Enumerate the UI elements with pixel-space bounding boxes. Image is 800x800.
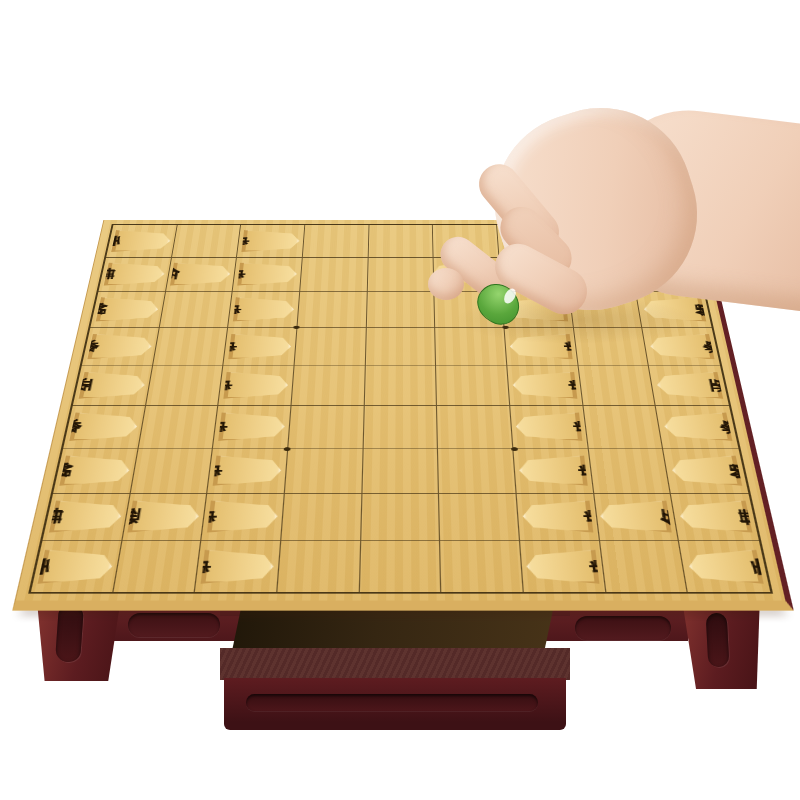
board-cell: 王将 (649, 366, 729, 406)
piece-right-silver-general[interactable]: 銀将 (669, 455, 742, 486)
piece-left-pawn[interactable]: 歩兵 (241, 230, 300, 253)
drawer-top-band (220, 648, 570, 680)
piece-left-gold-general[interactable]: 金将 (87, 333, 153, 360)
board-cell (300, 258, 368, 292)
piece-left-knight[interactable]: 桂馬 (103, 262, 166, 286)
board-cell: 金将 (656, 406, 738, 448)
board-cell (588, 449, 671, 494)
board-cell (172, 225, 242, 258)
board-cell: 香車 (679, 541, 770, 592)
piece-left-knight[interactable]: 桂馬 (48, 500, 123, 533)
piece-left-silver-general[interactable]: 銀将 (59, 455, 132, 486)
piece-left-pawn[interactable]: 歩兵 (207, 500, 279, 533)
rail-groove-left (128, 613, 220, 637)
board-cell (578, 366, 656, 406)
board-cell (113, 541, 202, 592)
board-cell (362, 449, 439, 494)
board-cell (146, 366, 224, 406)
board-cell: 桂馬 (42, 494, 130, 542)
product-photo-stage: 香車歩兵歩兵香車桂馬角行歩兵歩兵飛車桂馬銀将歩兵歩兵銀将金将歩兵歩兵金将玉将歩兵… (0, 0, 800, 800)
board-cell: 銀将 (53, 449, 138, 494)
board-cell (281, 494, 362, 542)
board-cell: 玉将 (73, 366, 153, 406)
piece-left-pawn[interactable]: 歩兵 (213, 455, 283, 486)
board-cell (285, 449, 363, 494)
piece-right-pawn[interactable]: 歩兵 (515, 412, 583, 442)
board-cell (366, 292, 435, 328)
piece-left-lance[interactable]: 香車 (111, 230, 172, 253)
board-cell: 銀将 (663, 449, 748, 494)
board-cell: 歩兵 (237, 225, 305, 258)
board-cell (130, 449, 213, 494)
piece-right-pawn[interactable]: 歩兵 (518, 455, 588, 486)
board-cell: 歩兵 (195, 541, 281, 592)
board-cell (368, 225, 434, 258)
leg-slot-left (55, 603, 84, 663)
board-cell: 歩兵 (228, 292, 300, 328)
index-fingertip (428, 268, 464, 300)
piece-left-rook[interactable]: 飛車 (128, 500, 202, 533)
board-cell: 歩兵 (213, 406, 291, 448)
board-cell: 歩兵 (219, 366, 295, 406)
piece-drawer[interactable] (220, 596, 570, 732)
board-cell (438, 449, 516, 494)
board-cell (288, 406, 364, 448)
board-cell: 桂馬 (98, 258, 171, 292)
hoshi-star-point (511, 447, 518, 451)
board-cell (138, 406, 218, 448)
piece-left-pawn[interactable]: 歩兵 (223, 371, 289, 399)
piece-right-pawn[interactable]: 歩兵 (525, 549, 599, 585)
board-cell (437, 406, 513, 448)
board-cell: 歩兵 (233, 258, 303, 292)
board-cell: 金将 (82, 328, 160, 366)
board-cell: 香車 (106, 225, 177, 258)
board-cell (583, 406, 663, 448)
piece-right-bishop[interactable]: 角行 (599, 500, 672, 533)
board-cell (277, 541, 360, 592)
piece-left-gold-general[interactable]: 金将 (69, 412, 140, 442)
piece-left-king[interactable]: 玉将 (78, 371, 146, 399)
board-cell: 歩兵 (224, 328, 298, 366)
drawer-handle-groove[interactable] (246, 694, 538, 711)
board-cell (367, 258, 434, 292)
piece-left-pawn[interactable]: 歩兵 (233, 297, 295, 322)
board-cell: 歩兵 (517, 494, 600, 542)
board-cell (291, 366, 365, 406)
piece-left-pawn[interactable]: 歩兵 (201, 549, 275, 585)
piece-right-knight[interactable]: 桂馬 (677, 500, 752, 533)
board-cell (436, 366, 510, 406)
board-cell (439, 494, 520, 542)
piece-left-silver-general[interactable]: 銀将 (95, 297, 160, 322)
board-cell (364, 366, 437, 406)
board-cell: 歩兵 (510, 406, 588, 448)
board-cell (361, 494, 441, 542)
board-cell (440, 541, 523, 592)
board-cell: 歩兵 (208, 449, 289, 494)
board-cell: 歩兵 (513, 449, 594, 494)
piece-right-gold-general[interactable]: 金将 (662, 412, 732, 442)
board-cell (303, 225, 369, 258)
piece-right-pawn[interactable]: 歩兵 (512, 371, 578, 399)
board-cell: 飛車 (122, 494, 208, 542)
piece-left-pawn[interactable]: 歩兵 (218, 412, 286, 442)
board-cell: 桂馬 (671, 494, 759, 542)
board-cell: 香車 (31, 541, 122, 592)
board-cell (159, 292, 233, 328)
board-cell (600, 541, 688, 592)
board-cell: 金将 (63, 406, 145, 448)
piece-right-king[interactable]: 王将 (655, 371, 723, 399)
piece-left-pawn[interactable]: 歩兵 (237, 262, 297, 286)
piece-left-pawn[interactable]: 歩兵 (228, 333, 292, 360)
leg-slot-right (706, 612, 730, 667)
drawer-interior (232, 605, 554, 651)
board-cell (363, 406, 438, 448)
board-cell: 歩兵 (202, 494, 285, 542)
board-cell: 歩兵 (507, 366, 583, 406)
board-cell (295, 328, 367, 366)
rail-groove-right (575, 616, 671, 640)
board-cell: 歩兵 (520, 541, 606, 592)
board-cell: 角行 (166, 258, 238, 292)
board-cell (365, 328, 436, 366)
piece-left-bishop[interactable]: 角行 (170, 262, 232, 286)
piece-right-lance[interactable]: 香車 (686, 549, 764, 585)
board-cell (360, 541, 442, 592)
piece-right-pawn[interactable]: 歩兵 (521, 500, 593, 533)
board-cell: 角行 (594, 494, 679, 542)
board-cell (153, 328, 229, 366)
board-cell: 銀将 (90, 292, 165, 328)
piece-left-lance[interactable]: 香車 (37, 549, 115, 585)
board-cell (297, 292, 367, 328)
